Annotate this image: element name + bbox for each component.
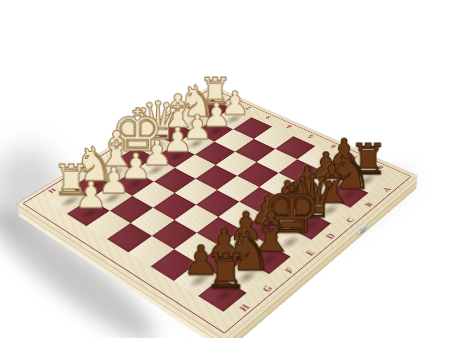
piece-white-pawn[interactable]: ♟ <box>74 177 107 214</box>
coordinate-text: 3 <box>264 115 273 120</box>
metal-latch <box>359 221 367 233</box>
chess-board: HGFEDCBA1♜♞♝♚♛♝♞♜12♟♟♟♟♟♟♟♟2334455667♟♟♟… <box>17 86 418 338</box>
coordinate-text: B <box>363 201 375 208</box>
piece-black-rook[interactable]: ♜ <box>204 248 247 296</box>
coordinate-text: A <box>381 186 393 193</box>
coordinate-text: G <box>261 284 275 293</box>
scene: HGFEDCBA1♜♞♝♚♛♝♞♜12♟♟♟♟♟♟♟♟2334455667♟♟♟… <box>0 0 450 338</box>
coordinate-text: H <box>238 303 252 313</box>
coordinate-text: 4 <box>284 124 293 129</box>
coordinate-text: C <box>344 216 357 224</box>
coordinate-text: F <box>283 267 296 275</box>
coordinate-text: D <box>324 232 337 240</box>
photo-background: HGFEDCBA1♜♞♝♚♛♝♞♜12♟♟♟♟♟♟♟♟2334455667♟♟♟… <box>0 0 450 338</box>
coordinate-text: 5 <box>306 134 315 140</box>
chess-board-3d: HGFEDCBA1♜♞♝♚♛♝♞♜12♟♟♟♟♟♟♟♟2334455667♟♟♟… <box>17 86 418 338</box>
coordinate-text: E <box>304 249 317 257</box>
